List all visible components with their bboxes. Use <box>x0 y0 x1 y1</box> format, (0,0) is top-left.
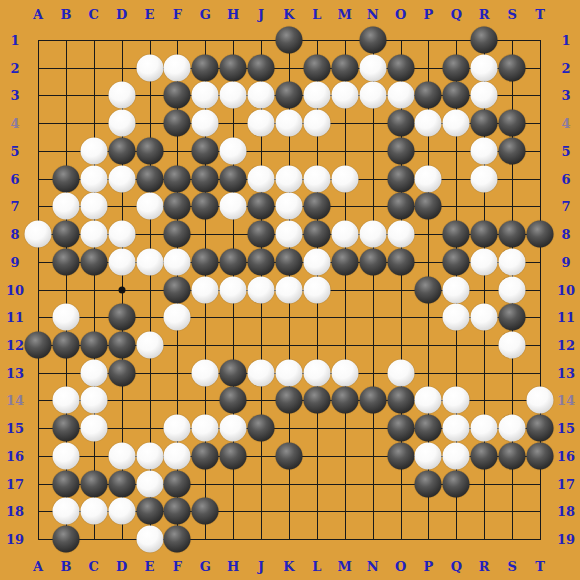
col-label-bottom-G: G <box>200 560 211 573</box>
row-label-right-17: 17 <box>557 477 575 490</box>
star-point-D10 <box>118 286 125 293</box>
stone-white-J4[interactable] <box>248 110 275 137</box>
stone-black-H2[interactable] <box>220 54 247 81</box>
row-label-right-5: 5 <box>561 144 570 157</box>
stone-white-L6[interactable] <box>303 165 330 192</box>
stone-white-S10[interactable] <box>499 276 526 303</box>
col-label-bottom-J: J <box>258 560 264 573</box>
stone-white-S15[interactable] <box>499 415 526 442</box>
col-label-bottom-S: S <box>507 560 516 573</box>
stone-black-D11[interactable] <box>108 304 135 331</box>
stone-white-Q15[interactable] <box>443 415 470 442</box>
stone-white-C6[interactable] <box>80 165 107 192</box>
stone-white-P6[interactable] <box>415 165 442 192</box>
stone-black-G5[interactable] <box>192 137 219 164</box>
stone-black-G18[interactable] <box>192 498 219 525</box>
stone-black-E18[interactable] <box>136 498 163 525</box>
stone-black-K1[interactable] <box>276 27 303 54</box>
stone-black-J2[interactable] <box>248 54 275 81</box>
stone-black-F7[interactable] <box>164 193 191 220</box>
col-label-top-Q: Q <box>451 8 462 21</box>
stone-black-E5[interactable] <box>136 137 163 164</box>
stone-white-H5[interactable] <box>220 137 247 164</box>
row-label-left-12: 12 <box>6 338 24 351</box>
col-label-bottom-A: A <box>33 560 43 573</box>
stone-white-R9[interactable] <box>471 248 498 275</box>
stone-black-L7[interactable] <box>303 193 330 220</box>
stone-white-S9[interactable] <box>499 248 526 275</box>
stone-black-T16[interactable] <box>527 442 554 469</box>
stone-white-B18[interactable] <box>52 498 79 525</box>
stone-white-R15[interactable] <box>471 415 498 442</box>
stone-black-K16[interactable] <box>276 442 303 469</box>
stone-black-P17[interactable] <box>415 470 442 497</box>
stone-white-L4[interactable] <box>303 110 330 137</box>
stone-white-F15[interactable] <box>164 415 191 442</box>
stone-black-M9[interactable] <box>331 248 358 275</box>
col-label-bottom-B: B <box>60 560 71 573</box>
col-label-bottom-T: T <box>535 560 545 573</box>
stone-black-H16[interactable] <box>220 442 247 469</box>
stone-black-G6[interactable] <box>192 165 219 192</box>
stone-black-H6[interactable] <box>220 165 247 192</box>
stone-white-K4[interactable] <box>276 110 303 137</box>
stone-white-Q16[interactable] <box>443 442 470 469</box>
stone-black-F19[interactable] <box>164 526 191 553</box>
stone-black-N1[interactable] <box>359 27 386 54</box>
row-label-left-8: 8 <box>10 228 19 241</box>
col-label-top-P: P <box>424 8 434 21</box>
col-label-top-K: K <box>283 8 294 21</box>
col-label-bottom-O: O <box>395 560 406 573</box>
grid-line-h-19 <box>38 539 541 540</box>
stone-white-K8[interactable] <box>276 221 303 248</box>
col-label-top-B: B <box>60 8 71 21</box>
stone-white-E16[interactable] <box>136 442 163 469</box>
stone-white-O13[interactable] <box>387 359 414 386</box>
stone-white-C13[interactable] <box>80 359 107 386</box>
stone-white-M3[interactable] <box>331 82 358 109</box>
stone-black-H9[interactable] <box>220 248 247 275</box>
row-label-right-16: 16 <box>557 449 575 462</box>
row-label-left-19: 19 <box>6 533 24 546</box>
col-label-top-R: R <box>479 8 490 21</box>
row-label-right-4: 4 <box>561 117 570 130</box>
row-label-left-7: 7 <box>10 200 19 213</box>
col-label-top-N: N <box>367 8 379 21</box>
stone-black-L2[interactable] <box>303 54 330 81</box>
stone-black-B17[interactable] <box>52 470 79 497</box>
stone-white-J3[interactable] <box>248 82 275 109</box>
stone-black-O9[interactable] <box>387 248 414 275</box>
row-label-right-1: 1 <box>561 34 570 47</box>
row-label-left-3: 3 <box>10 89 19 102</box>
col-label-bottom-R: R <box>479 560 490 573</box>
stone-white-G15[interactable] <box>192 415 219 442</box>
stone-white-B11[interactable] <box>52 304 79 331</box>
stone-black-F17[interactable] <box>164 470 191 497</box>
stone-black-B19[interactable] <box>52 526 79 553</box>
row-label-left-5: 5 <box>10 144 19 157</box>
stone-white-L3[interactable] <box>303 82 330 109</box>
stone-white-L10[interactable] <box>303 276 330 303</box>
col-label-bottom-C: C <box>89 560 99 573</box>
stone-black-O14[interactable] <box>387 387 414 414</box>
stone-white-O3[interactable] <box>387 82 414 109</box>
stone-white-L9[interactable] <box>303 248 330 275</box>
col-label-top-C: C <box>89 8 99 21</box>
stone-white-G4[interactable] <box>192 110 219 137</box>
col-label-top-M: M <box>338 8 352 21</box>
row-label-left-1: 1 <box>10 34 19 47</box>
stone-white-H3[interactable] <box>220 82 247 109</box>
stone-black-F10[interactable] <box>164 276 191 303</box>
stone-white-Q11[interactable] <box>443 304 470 331</box>
stone-black-H14[interactable] <box>220 387 247 414</box>
stone-white-R2[interactable] <box>471 54 498 81</box>
stone-white-A8[interactable] <box>25 221 52 248</box>
stone-black-Q9[interactable] <box>443 248 470 275</box>
stone-black-L8[interactable] <box>303 221 330 248</box>
stone-white-P4[interactable] <box>415 110 442 137</box>
stone-white-P16[interactable] <box>415 442 442 469</box>
stone-white-E9[interactable] <box>136 248 163 275</box>
stone-white-R11[interactable] <box>471 304 498 331</box>
row-label-right-19: 19 <box>557 533 575 546</box>
stone-white-D18[interactable] <box>108 498 135 525</box>
stone-black-J8[interactable] <box>248 221 275 248</box>
stone-black-O2[interactable] <box>387 54 414 81</box>
go-board[interactable]: AABBCCDDEEFFGGHHJJKKLLMMNNOOPPQQRRSSTT11… <box>0 0 580 580</box>
stone-white-G10[interactable] <box>192 276 219 303</box>
stone-black-Q17[interactable] <box>443 470 470 497</box>
stone-white-N8[interactable] <box>359 221 386 248</box>
stone-white-E12[interactable] <box>136 331 163 358</box>
col-label-bottom-M: M <box>338 560 352 573</box>
row-label-right-14: 14 <box>557 394 575 407</box>
stone-white-D8[interactable] <box>108 221 135 248</box>
stone-white-R3[interactable] <box>471 82 498 109</box>
stone-black-C12[interactable] <box>80 331 107 358</box>
stone-black-B6[interactable] <box>52 165 79 192</box>
grid-line-v-N <box>373 40 374 540</box>
stone-white-M8[interactable] <box>331 221 358 248</box>
stone-black-P15[interactable] <box>415 415 442 442</box>
stone-black-K14[interactable] <box>276 387 303 414</box>
stone-white-D9[interactable] <box>108 248 135 275</box>
col-label-top-D: D <box>116 8 127 21</box>
stone-black-H13[interactable] <box>220 359 247 386</box>
col-label-top-L: L <box>312 8 321 21</box>
stone-white-K13[interactable] <box>276 359 303 386</box>
stone-black-P7[interactable] <box>415 193 442 220</box>
stone-black-S5[interactable] <box>499 137 526 164</box>
stone-black-T15[interactable] <box>527 415 554 442</box>
stone-black-S2[interactable] <box>499 54 526 81</box>
stone-white-F2[interactable] <box>164 54 191 81</box>
stone-white-Q4[interactable] <box>443 110 470 137</box>
stone-black-F3[interactable] <box>164 82 191 109</box>
col-label-top-O: O <box>395 8 406 21</box>
col-label-bottom-K: K <box>283 560 294 573</box>
stone-black-G2[interactable] <box>192 54 219 81</box>
stone-black-L14[interactable] <box>303 387 330 414</box>
stone-white-P14[interactable] <box>415 387 442 414</box>
stone-white-Q14[interactable] <box>443 387 470 414</box>
stone-white-R6[interactable] <box>471 165 498 192</box>
stone-black-D17[interactable] <box>108 470 135 497</box>
stone-black-O6[interactable] <box>387 165 414 192</box>
stone-black-S8[interactable] <box>499 221 526 248</box>
stone-white-C5[interactable] <box>80 137 107 164</box>
stone-black-N14[interactable] <box>359 387 386 414</box>
stone-black-O16[interactable] <box>387 442 414 469</box>
stone-black-S16[interactable] <box>499 442 526 469</box>
row-label-right-10: 10 <box>557 283 575 296</box>
stone-black-Q8[interactable] <box>443 221 470 248</box>
stone-white-C8[interactable] <box>80 221 107 248</box>
row-label-right-13: 13 <box>557 366 575 379</box>
stone-white-J6[interactable] <box>248 165 275 192</box>
stone-black-O5[interactable] <box>387 137 414 164</box>
stone-black-D12[interactable] <box>108 331 135 358</box>
stone-white-N2[interactable] <box>359 54 386 81</box>
row-label-right-12: 12 <box>557 338 575 351</box>
stone-white-D16[interactable] <box>108 442 135 469</box>
stone-white-D6[interactable] <box>108 165 135 192</box>
stone-white-H7[interactable] <box>220 193 247 220</box>
row-label-left-16: 16 <box>6 449 24 462</box>
row-label-left-18: 18 <box>6 505 24 518</box>
stone-black-C17[interactable] <box>80 470 107 497</box>
stone-black-K3[interactable] <box>276 82 303 109</box>
row-label-left-2: 2 <box>10 61 19 74</box>
stone-white-G3[interactable] <box>192 82 219 109</box>
stone-black-G9[interactable] <box>192 248 219 275</box>
row-label-right-7: 7 <box>561 200 570 213</box>
col-label-bottom-N: N <box>367 560 379 573</box>
stone-black-P10[interactable] <box>415 276 442 303</box>
stone-black-F6[interactable] <box>164 165 191 192</box>
col-label-bottom-P: P <box>424 560 434 573</box>
stone-black-E6[interactable] <box>136 165 163 192</box>
stone-black-O4[interactable] <box>387 110 414 137</box>
col-label-top-S: S <box>507 8 516 21</box>
row-label-left-6: 6 <box>10 172 19 185</box>
stone-black-Q2[interactable] <box>443 54 470 81</box>
stone-white-F16[interactable] <box>164 442 191 469</box>
stone-black-F4[interactable] <box>164 110 191 137</box>
row-label-right-18: 18 <box>557 505 575 518</box>
stone-white-F9[interactable] <box>164 248 191 275</box>
stone-black-M14[interactable] <box>331 387 358 414</box>
row-label-left-15: 15 <box>6 422 24 435</box>
stone-white-K10[interactable] <box>276 276 303 303</box>
col-label-bottom-Q: Q <box>451 560 462 573</box>
stone-white-Q10[interactable] <box>443 276 470 303</box>
stone-white-E19[interactable] <box>136 526 163 553</box>
stone-black-C9[interactable] <box>80 248 107 275</box>
grid-line-v-M <box>345 40 346 540</box>
col-label-top-J: J <box>258 8 264 21</box>
stone-black-J15[interactable] <box>248 415 275 442</box>
stone-black-O7[interactable] <box>387 193 414 220</box>
row-label-left-10: 10 <box>6 283 24 296</box>
stone-black-M2[interactable] <box>331 54 358 81</box>
col-label-top-F: F <box>173 8 182 21</box>
stone-white-H10[interactable] <box>220 276 247 303</box>
col-label-bottom-H: H <box>227 560 239 573</box>
col-label-bottom-D: D <box>116 560 127 573</box>
stone-black-B8[interactable] <box>52 221 79 248</box>
row-label-right-11: 11 <box>557 311 575 324</box>
row-label-right-3: 3 <box>561 89 570 102</box>
stone-white-J13[interactable] <box>248 359 275 386</box>
stone-white-D4[interactable] <box>108 110 135 137</box>
stone-black-P3[interactable] <box>415 82 442 109</box>
row-label-left-17: 17 <box>6 477 24 490</box>
col-label-bottom-F: F <box>173 560 182 573</box>
row-label-right-9: 9 <box>561 255 570 268</box>
stone-white-B7[interactable] <box>52 193 79 220</box>
stone-white-E7[interactable] <box>136 193 163 220</box>
stone-black-N9[interactable] <box>359 248 386 275</box>
row-label-right-2: 2 <box>561 61 570 74</box>
stone-black-R16[interactable] <box>471 442 498 469</box>
stone-white-C15[interactable] <box>80 415 107 442</box>
stone-white-T14[interactable] <box>527 387 554 414</box>
stone-white-M13[interactable] <box>331 359 358 386</box>
stone-black-S11[interactable] <box>499 304 526 331</box>
stone-black-A12[interactable] <box>25 331 52 358</box>
stone-black-D13[interactable] <box>108 359 135 386</box>
stone-black-B15[interactable] <box>52 415 79 442</box>
stone-black-G16[interactable] <box>192 442 219 469</box>
stone-white-J10[interactable] <box>248 276 275 303</box>
col-label-top-T: T <box>535 8 545 21</box>
stone-black-J9[interactable] <box>248 248 275 275</box>
stone-white-E17[interactable] <box>136 470 163 497</box>
stone-white-C7[interactable] <box>80 193 107 220</box>
row-label-right-15: 15 <box>557 422 575 435</box>
col-label-top-H: H <box>227 8 239 21</box>
stone-white-D3[interactable] <box>108 82 135 109</box>
stone-white-G13[interactable] <box>192 359 219 386</box>
stone-white-K6[interactable] <box>276 165 303 192</box>
stone-white-L13[interactable] <box>303 359 330 386</box>
stone-white-C18[interactable] <box>80 498 107 525</box>
row-label-left-4: 4 <box>10 117 19 130</box>
row-label-left-9: 9 <box>10 255 19 268</box>
col-label-top-G: G <box>200 8 211 21</box>
col-label-bottom-L: L <box>312 560 321 573</box>
stone-black-R4[interactable] <box>471 110 498 137</box>
stone-black-F8[interactable] <box>164 221 191 248</box>
stone-white-K7[interactable] <box>276 193 303 220</box>
stone-white-F11[interactable] <box>164 304 191 331</box>
stone-black-D5[interactable] <box>108 137 135 164</box>
stone-black-Q3[interactable] <box>443 82 470 109</box>
stone-black-B9[interactable] <box>52 248 79 275</box>
stone-white-C14[interactable] <box>80 387 107 414</box>
stone-black-S4[interactable] <box>499 110 526 137</box>
col-label-top-A: A <box>33 8 43 21</box>
stone-black-B12[interactable] <box>52 331 79 358</box>
stone-black-K9[interactable] <box>276 248 303 275</box>
stone-white-B16[interactable] <box>52 442 79 469</box>
stone-black-O15[interactable] <box>387 415 414 442</box>
stone-black-T8[interactable] <box>527 221 554 248</box>
col-label-top-E: E <box>145 8 155 21</box>
stone-black-G7[interactable] <box>192 193 219 220</box>
row-label-right-8: 8 <box>561 228 570 241</box>
col-label-bottom-E: E <box>145 560 155 573</box>
stone-white-O8[interactable] <box>387 221 414 248</box>
stone-white-R5[interactable] <box>471 137 498 164</box>
stone-white-B14[interactable] <box>52 387 79 414</box>
stone-black-F18[interactable] <box>164 498 191 525</box>
row-label-right-6: 6 <box>561 172 570 185</box>
stone-black-R8[interactable] <box>471 221 498 248</box>
stone-white-M6[interactable] <box>331 165 358 192</box>
stone-black-J7[interactable] <box>248 193 275 220</box>
row-label-left-13: 13 <box>6 366 24 379</box>
row-label-left-11: 11 <box>6 311 24 324</box>
stone-white-N3[interactable] <box>359 82 386 109</box>
stone-white-E2[interactable] <box>136 54 163 81</box>
row-label-left-14: 14 <box>6 394 24 407</box>
stone-white-H15[interactable] <box>220 415 247 442</box>
stone-black-R1[interactable] <box>471 27 498 54</box>
stone-white-S12[interactable] <box>499 331 526 358</box>
